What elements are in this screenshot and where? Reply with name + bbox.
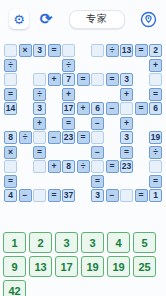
board-cell-operator: = xyxy=(62,117,75,130)
board-gap xyxy=(106,117,119,130)
board-cell-given: 6 xyxy=(91,102,104,115)
tray-row: 123345 xyxy=(3,232,163,253)
board-gap xyxy=(77,44,90,57)
board-cell-operator: ÷ xyxy=(4,59,17,72)
gear-icon: ⚙ xyxy=(13,13,25,26)
board-gap xyxy=(48,102,61,115)
board-gap xyxy=(106,59,119,72)
board-cell-operator: − xyxy=(48,131,61,144)
tray-tile[interactable]: 17 xyxy=(55,256,78,277)
tray-tile[interactable]: 1 xyxy=(3,232,26,253)
board-cell-operator: − xyxy=(91,146,104,159)
board-cell-given: 8 xyxy=(4,131,17,144)
difficulty-pill[interactable]: 专家 xyxy=(69,10,125,29)
hint-pin-icon xyxy=(140,11,157,28)
board-cell-empty[interactable] xyxy=(62,44,75,57)
board-cell-operator: = xyxy=(120,146,133,159)
board-cell-empty[interactable] xyxy=(91,131,104,144)
board-cell-operator: = xyxy=(4,88,17,101)
board-cell-operator: − xyxy=(19,189,32,202)
board-cell-given: 19 xyxy=(149,131,162,144)
tray-tile[interactable]: 5 xyxy=(133,232,156,253)
board-gap xyxy=(106,175,119,188)
board-cell-operator: ÷ xyxy=(77,160,90,173)
tray-tile[interactable]: 42 xyxy=(3,280,26,296)
board-cell-given: 7 xyxy=(62,73,75,86)
board-gap xyxy=(135,88,148,101)
board-cell-operator: ÷ xyxy=(33,88,46,101)
board-cell-operator: ÷ xyxy=(62,59,75,72)
board-gap xyxy=(33,175,46,188)
board-cell-given: 23 xyxy=(62,131,75,144)
board-gap xyxy=(19,146,32,159)
top-bar: ⚙ ⟳ 专家 xyxy=(0,0,166,30)
board-cell-operator: × xyxy=(19,44,32,57)
board-cell-operator: = xyxy=(91,175,104,188)
board-cell-given: 3 xyxy=(120,73,133,86)
board-gap xyxy=(77,59,90,72)
board-gap xyxy=(77,117,90,130)
board-gap xyxy=(135,146,148,159)
tray-tile[interactable]: 19 xyxy=(107,256,130,277)
board-cell-empty[interactable] xyxy=(91,160,104,173)
board-gap xyxy=(19,117,32,130)
tray-tile[interactable]: 3 xyxy=(81,232,104,253)
board-cell-operator: + xyxy=(33,117,46,130)
tray-tile[interactable]: 25 xyxy=(133,256,156,277)
board-gap xyxy=(77,146,90,159)
board-cell-empty[interactable] xyxy=(120,102,133,115)
board-cell-empty[interactable] xyxy=(149,73,162,86)
board-cell-given: 3 xyxy=(33,44,46,57)
board-gap xyxy=(19,160,32,173)
board-cell-given: 2 xyxy=(149,44,162,57)
board-cell-empty[interactable] xyxy=(91,44,104,57)
board-cell-operator: − xyxy=(91,117,104,130)
board-gap xyxy=(19,102,32,115)
board-gap xyxy=(48,146,61,159)
board-cell-given: 17 xyxy=(62,102,75,115)
settings-button[interactable]: ⚙ xyxy=(9,9,29,29)
board-gap xyxy=(135,131,148,144)
board-cell-operator: + xyxy=(48,160,61,173)
board-gap xyxy=(120,175,133,188)
board-gap xyxy=(149,117,162,130)
board-cell-empty[interactable] xyxy=(4,44,17,57)
board-cell-given: 3 xyxy=(120,131,133,144)
board-cell-empty[interactable] xyxy=(33,131,46,144)
board-cell-operator: − xyxy=(106,189,119,202)
board-gap xyxy=(4,117,17,130)
board-cell-given: 1 xyxy=(149,189,162,202)
board-cell-operator: ÷ xyxy=(106,44,119,57)
tray-row: 42 xyxy=(3,280,163,296)
board-gap xyxy=(77,88,90,101)
tray-tile[interactable]: 2 xyxy=(29,232,52,253)
board-gap xyxy=(135,160,148,173)
board-cell-given: 14 xyxy=(4,102,17,115)
tray-row: 91317191925 xyxy=(3,256,163,277)
board-gap xyxy=(106,146,119,159)
board-cell-operator: + xyxy=(77,102,90,115)
board-cell-given: 13 xyxy=(120,44,133,57)
tray-tile[interactable]: 3 xyxy=(55,232,78,253)
board-cell-given: 37 xyxy=(62,189,75,202)
board: ×3=÷13=2÷÷++7==3=÷++=14317+6−=6+=−+8÷−23… xyxy=(4,44,162,202)
board-gap xyxy=(33,59,46,72)
board-cell-empty[interactable] xyxy=(91,73,104,86)
restart-button[interactable]: ⟳ xyxy=(37,10,55,28)
board-cell-empty[interactable] xyxy=(33,189,46,202)
board-gap xyxy=(120,59,133,72)
board-gap xyxy=(135,59,148,72)
tray-tile[interactable]: 13 xyxy=(29,256,52,277)
board-cell-operator: × xyxy=(4,146,17,159)
board-cell-operator: + xyxy=(149,59,162,72)
board-cell-operator: + xyxy=(48,73,61,86)
tray-tile[interactable]: 19 xyxy=(81,256,104,277)
board-gap xyxy=(135,117,148,130)
board-cell-operator: = xyxy=(149,175,162,188)
board-cell-operator: = xyxy=(135,44,148,57)
board-cell-operator: = xyxy=(135,102,148,115)
board-cell-operator: = xyxy=(106,73,119,86)
board-gap xyxy=(62,146,75,159)
board-gap xyxy=(106,88,119,101)
board-gap xyxy=(77,175,90,188)
board-gap xyxy=(135,175,148,188)
board-cell-operator: ÷ xyxy=(149,146,162,159)
board-cell-empty[interactable] xyxy=(33,160,46,173)
board-cell-given: 3 xyxy=(91,189,104,202)
board-gap xyxy=(48,88,61,101)
board-cell-operator: + xyxy=(62,88,75,101)
board-cell-given: 3 xyxy=(33,102,46,115)
tray-tile[interactable]: 9 xyxy=(3,256,26,277)
board-gap xyxy=(77,189,90,202)
board-cell-operator: + xyxy=(120,117,133,130)
board-gap xyxy=(48,59,61,72)
board-cell-operator: + xyxy=(120,88,133,101)
board-cell-operator: ÷ xyxy=(19,131,32,144)
board-gap xyxy=(48,175,61,188)
board-cell-operator: = xyxy=(48,44,61,57)
board-gap xyxy=(19,59,32,72)
board-cell-operator: = xyxy=(149,88,162,101)
board-cell-operator: − xyxy=(106,102,119,115)
board-cell-operator: = xyxy=(77,131,90,144)
board-cell-given: 23 xyxy=(120,160,133,173)
board-gap xyxy=(19,175,32,188)
board-gap xyxy=(91,59,104,72)
board-gap xyxy=(91,88,104,101)
board-cell-operator: = xyxy=(135,189,148,202)
board-cell-operator: = xyxy=(4,175,17,188)
board-gap xyxy=(19,73,32,86)
board-cell-given: 4 xyxy=(4,189,17,202)
board-cell-operator: = xyxy=(33,146,46,159)
board-gap xyxy=(106,131,119,144)
board-cell-operator: = xyxy=(106,160,119,173)
board-cell-empty[interactable] xyxy=(4,160,17,173)
board-gap xyxy=(62,175,75,188)
board-cell-empty[interactable] xyxy=(33,73,46,86)
board-gap xyxy=(135,73,148,86)
tray-tile[interactable]: 4 xyxy=(107,232,130,253)
board-cell-empty[interactable] xyxy=(4,73,17,86)
number-tray: 1233459131719192542 xyxy=(3,232,163,296)
difficulty-label: 专家 xyxy=(86,12,108,26)
board-cell-operator: = xyxy=(48,189,61,202)
hint-button[interactable] xyxy=(139,10,157,28)
board-gap xyxy=(19,88,32,101)
board-cell-given: 6 xyxy=(149,102,162,115)
board-cell-empty[interactable] xyxy=(149,160,162,173)
board-cell-given: 8 xyxy=(62,160,75,173)
restart-icon: ⟳ xyxy=(40,10,53,28)
board-cell-empty[interactable] xyxy=(120,189,133,202)
board-cell-operator: = xyxy=(77,73,90,86)
board-gap xyxy=(48,117,61,130)
